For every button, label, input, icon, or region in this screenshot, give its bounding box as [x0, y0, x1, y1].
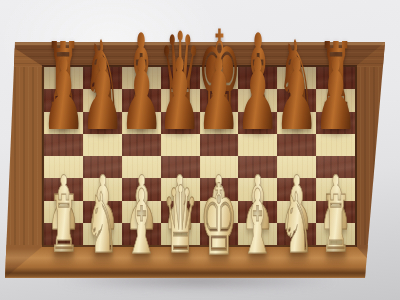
piece-white-rook-h1[interactable]: ♜: [316, 126, 355, 246]
piece-white-bishop-f1[interactable]: ♝: [238, 126, 277, 246]
white-knight-glyph: ♞: [281, 182, 313, 265]
white-bishop-glyph: ♝: [124, 178, 158, 267]
white-queen-glyph: ♛: [162, 175, 198, 268]
white-bishop-glyph: ♝: [241, 178, 275, 267]
piece-white-knight-b1[interactable]: ♞: [83, 126, 122, 246]
piece-white-king-e1[interactable]: ♚: [200, 126, 239, 246]
piece-white-queen-d1[interactable]: ♛: [161, 126, 200, 246]
white-rook-glyph: ♜: [320, 186, 350, 264]
white-rook-glyph: ♜: [48, 186, 78, 264]
chessboard-scene: ♜♞♝♛♚♝♞♜♟♟♟♟♟♟♟♟♟♟♟♟♟♟♟♟♜♞♝♛♚♝♞♜: [0, 0, 400, 300]
white-king-glyph: ♚: [200, 171, 238, 269]
piece-white-knight-g1[interactable]: ♞: [277, 126, 316, 246]
white-knight-glyph: ♞: [86, 182, 118, 265]
piece-white-bishop-c1[interactable]: ♝: [122, 126, 161, 246]
piece-white-rook-a1[interactable]: ♜: [44, 126, 83, 246]
